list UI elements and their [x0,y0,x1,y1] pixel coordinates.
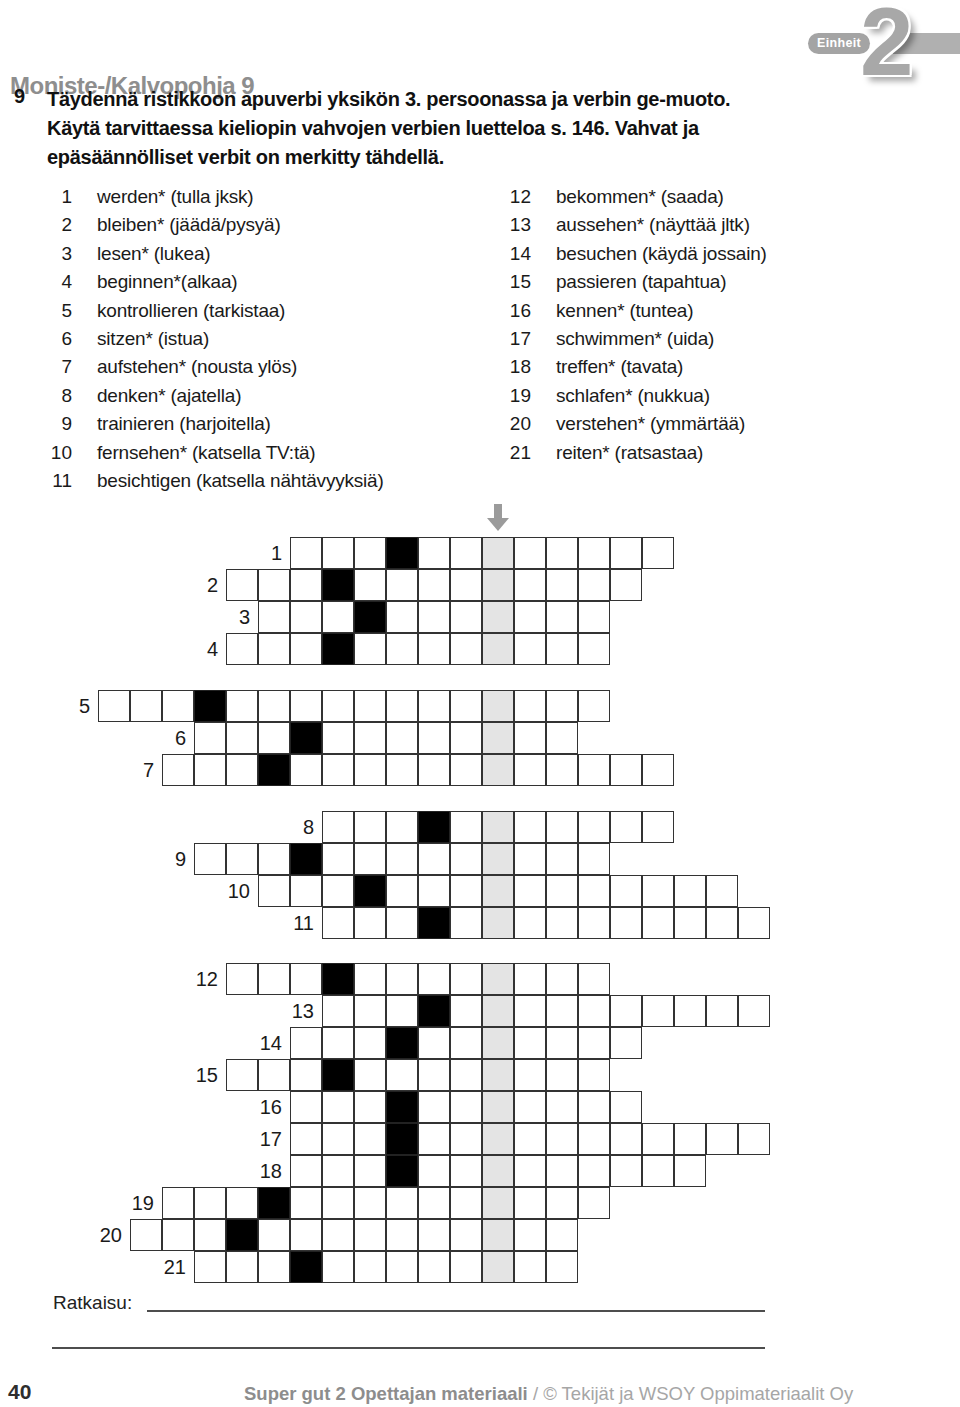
crossword-cell[interactable] [194,843,226,875]
verb-text: bekommen* (saada) [556,183,724,211]
crossword-solution-cell[interactable] [482,1091,514,1123]
crossword-row-number: 2 [182,569,218,601]
crossword-solution-cell[interactable] [482,537,514,569]
crossword-cell[interactable] [610,1123,642,1155]
crossword-cell[interactable] [610,875,642,907]
crossword-cell[interactable] [386,1251,418,1283]
crossword-cell[interactable] [418,722,450,754]
crossword-cell[interactable] [418,963,450,995]
crossword-cell[interactable] [354,1091,386,1123]
crossword-cell[interactable] [194,1187,226,1219]
crossword-cell[interactable] [514,754,546,786]
crossword-cell[interactable] [674,1155,706,1187]
crossword-cell[interactable] [674,995,706,1027]
crossword-cell[interactable] [386,569,418,601]
crossword-cell[interactable] [610,811,642,843]
crossword-cell[interactable] [546,1027,578,1059]
crossword-black-cell [418,907,450,939]
crossword-cell[interactable] [674,1123,706,1155]
crossword-cell[interactable] [578,754,610,786]
crossword-cell[interactable] [578,995,610,1027]
crossword-solution-cell[interactable] [482,1251,514,1283]
crossword-cell[interactable] [578,843,610,875]
crossword-cell[interactable] [290,1187,322,1219]
crossword-cell[interactable] [226,1187,258,1219]
crossword-black-cell [194,690,226,722]
verb-number: 11 [0,467,72,495]
crossword-cell[interactable] [322,907,354,939]
crossword-row-number: 10 [214,875,250,907]
crossword-cell[interactable] [226,1251,258,1283]
verb-text: werden* (tulla jksk) [97,183,254,211]
crossword-cell[interactable] [450,537,482,569]
crossword-cell[interactable] [546,1155,578,1187]
crossword-cell[interactable] [546,1091,578,1123]
crossword-cell[interactable] [514,995,546,1027]
crossword-cell[interactable] [514,1123,546,1155]
crossword-cell[interactable] [706,1123,738,1155]
verb-list-item: 3lesen* (lukea) [0,240,384,268]
crossword-cell[interactable] [290,1123,322,1155]
crossword-cell[interactable] [578,811,610,843]
crossword-cell[interactable] [450,569,482,601]
crossword-cell[interactable] [706,907,738,939]
crossword-row-18 [290,1155,706,1187]
crossword-cell[interactable] [290,875,322,907]
crossword-cell[interactable] [290,1027,322,1059]
crossword-cell[interactable] [258,843,290,875]
crossword-cell[interactable] [514,1219,546,1251]
verb-list-item: 13aussehen* (näyttää jltk) [490,211,767,239]
crossword-cell[interactable] [514,811,546,843]
crossword-cell[interactable] [610,1155,642,1187]
verb-number: 10 [0,439,72,467]
crossword-cell[interactable] [322,1187,354,1219]
crossword-solution-cell[interactable] [482,1027,514,1059]
crossword-cell[interactable] [226,690,258,722]
crossword-cell[interactable] [354,1027,386,1059]
crossword-cell[interactable] [514,633,546,665]
crossword-cell[interactable] [418,569,450,601]
crossword-cell[interactable] [514,875,546,907]
crossword-solution-cell[interactable] [482,1059,514,1091]
crossword-cell[interactable] [418,1091,450,1123]
verb-number: 9 [0,410,72,438]
crossword-cell[interactable] [354,907,386,939]
crossword-cell[interactable] [290,1219,322,1251]
crossword-cell[interactable] [578,1059,610,1091]
crossword-cell[interactable] [354,754,386,786]
crossword-cell[interactable] [386,995,418,1027]
crossword-cell[interactable] [610,995,642,1027]
crossword-cell[interactable] [738,995,770,1027]
verb-list-item: 10fernsehen* (katsella TV:tä) [0,439,384,467]
crossword-cell[interactable] [546,995,578,1027]
crossword-cell[interactable] [450,1091,482,1123]
crossword-cell[interactable] [578,1155,610,1187]
crossword-cell[interactable] [258,1219,290,1251]
crossword-black-cell [354,601,386,633]
crossword-cell[interactable] [354,1187,386,1219]
crossword-cell[interactable] [578,601,610,633]
crossword-cell[interactable] [418,1059,450,1091]
crossword-black-cell [354,875,386,907]
crossword-cell[interactable] [546,843,578,875]
crossword-cell[interactable] [418,1123,450,1155]
crossword-cell[interactable] [290,1091,322,1123]
crossword-cell[interactable] [642,875,674,907]
crossword-cell[interactable] [514,1059,546,1091]
crossword-cell[interactable] [514,1187,546,1219]
crossword-cell[interactable] [546,811,578,843]
crossword-cell[interactable] [418,1251,450,1283]
crossword-cell[interactable] [610,1091,642,1123]
crossword-solution-cell[interactable] [482,633,514,665]
crossword-cell[interactable] [738,1123,770,1155]
crossword-cell[interactable] [418,875,450,907]
crossword-cell[interactable] [450,907,482,939]
verb-number: 12 [490,183,531,211]
verb-list-item: 2bleiben* (jäädä/pysyä) [0,211,384,239]
crossword-cell[interactable] [322,811,354,843]
crossword-cell[interactable] [450,633,482,665]
crossword-cell[interactable] [450,1059,482,1091]
crossword-cell[interactable] [450,811,482,843]
crossword-cell[interactable] [578,1091,610,1123]
crossword-cell[interactable] [354,995,386,1027]
crossword-cell[interactable] [130,1219,162,1251]
crossword-cell[interactable] [226,963,258,995]
crossword-cell[interactable] [162,754,194,786]
crossword-row-12 [226,963,610,995]
crossword-cell[interactable] [290,633,322,665]
crossword-cell[interactable] [514,1091,546,1123]
crossword-cell[interactable] [386,722,418,754]
verb-text: passieren (tapahtua) [556,268,726,296]
crossword-cell[interactable] [674,875,706,907]
crossword-cell[interactable] [450,1251,482,1283]
verb-text: beginnen*(alkaa) [97,268,237,296]
crossword-solution-cell[interactable] [482,601,514,633]
crossword-cell[interactable] [226,1059,258,1091]
crossword-cell[interactable] [546,1123,578,1155]
verb-list-item: 7aufstehen* (nousta ylös) [0,353,384,381]
crossword-cell[interactable] [418,843,450,875]
crossword-cell[interactable] [546,875,578,907]
verb-list-left: 1werden* (tulla jksk)2bleiben* (jäädä/py… [0,183,384,495]
crossword-cell[interactable] [706,995,738,1027]
crossword-cell[interactable] [290,601,322,633]
crossword-cell[interactable] [546,690,578,722]
crossword-cell[interactable] [546,1219,578,1251]
crossword-cell[interactable] [642,907,674,939]
crossword-cell[interactable] [514,963,546,995]
crossword-cell[interactable] [386,811,418,843]
crossword-cell[interactable] [322,995,354,1027]
crossword-cell[interactable] [514,690,546,722]
crossword-cell[interactable] [514,601,546,633]
crossword-cell[interactable] [386,875,418,907]
crossword-cell[interactable] [514,1251,546,1283]
crossword-cell[interactable] [514,569,546,601]
crossword-cell[interactable] [354,1059,386,1091]
crossword-solution-cell[interactable] [482,1123,514,1155]
crossword-cell[interactable] [162,690,194,722]
crossword-cell[interactable] [226,569,258,601]
crossword-cell[interactable] [226,754,258,786]
crossword-cell[interactable] [322,1091,354,1123]
crossword-cell[interactable] [578,875,610,907]
worksheet-page: Moniste-/Kalvopohja 9 Einheit 2 9 Täyden… [0,0,960,1407]
crossword-cell[interactable] [642,811,674,843]
crossword-cell[interactable] [354,963,386,995]
crossword-cell[interactable] [258,601,290,633]
crossword-cell[interactable] [130,690,162,722]
crossword-solution-cell[interactable] [482,1187,514,1219]
crossword-solution-cell[interactable] [482,907,514,939]
crossword-cell[interactable] [386,907,418,939]
crossword-cell[interactable] [290,569,322,601]
crossword-cell[interactable] [354,690,386,722]
crossword-cell[interactable] [354,843,386,875]
crossword-cell[interactable] [354,1219,386,1251]
crossword-row-number: 14 [246,1027,282,1059]
crossword-cell[interactable] [610,1027,642,1059]
crossword-cell[interactable] [706,875,738,907]
verb-text: treffen* (tavata) [556,353,683,381]
crossword-solution-cell[interactable] [482,1155,514,1187]
crossword-cell[interactable] [354,569,386,601]
crossword-cell[interactable] [450,963,482,995]
crossword-cell[interactable] [546,537,578,569]
crossword-cell[interactable] [290,690,322,722]
crossword-cell[interactable] [610,907,642,939]
footer-credit: Super gut 2 Opettajan materiaali / © Tek… [244,1383,853,1405]
crossword-cell[interactable] [578,569,610,601]
crossword-black-cell [290,1251,322,1283]
crossword-cell[interactable] [322,1027,354,1059]
crossword-cell[interactable] [258,963,290,995]
crossword-cell[interactable] [578,963,610,995]
crossword-cell[interactable] [322,843,354,875]
crossword-cell[interactable] [354,1155,386,1187]
crossword-cell[interactable] [642,1123,674,1155]
crossword-cell[interactable] [418,1155,450,1187]
crossword-cell[interactable] [450,1027,482,1059]
crossword-cell[interactable] [258,690,290,722]
crossword-cell[interactable] [546,1251,578,1283]
crossword-cell[interactable] [386,843,418,875]
crossword-cell[interactable] [418,1187,450,1219]
crossword-cell[interactable] [546,1059,578,1091]
crossword-cell[interactable] [514,1155,546,1187]
crossword-solution-cell[interactable] [482,843,514,875]
crossword-solution-cell[interactable] [482,754,514,786]
verb-text: aussehen* (näyttää jltk) [556,211,750,239]
crossword-cell[interactable] [450,754,482,786]
verb-list-item: 14besuchen (käydä jossain) [490,240,767,268]
task-instruction-line: epäsäännölliset verbit on merkitty tähde… [47,143,807,172]
crossword-cell[interactable] [290,1059,322,1091]
crossword-cell[interactable] [546,601,578,633]
crossword-cell[interactable] [514,843,546,875]
crossword-cell[interactable] [610,754,642,786]
crossword-cell[interactable] [386,1059,418,1091]
crossword-cell[interactable] [386,754,418,786]
crossword-cell[interactable] [322,537,354,569]
footer-credit-publisher: © Tekijät ja WSOY Oppimateriaalit Oy [543,1383,853,1404]
crossword-cell[interactable] [578,537,610,569]
crossword-cell[interactable] [290,1155,322,1187]
crossword-cell[interactable] [738,907,770,939]
crossword-cell[interactable] [642,537,674,569]
crossword-cell[interactable] [642,995,674,1027]
crossword-cell[interactable] [322,722,354,754]
crossword-cell[interactable] [194,754,226,786]
crossword-cell[interactable] [546,907,578,939]
crossword-cell[interactable] [386,1187,418,1219]
crossword-cell[interactable] [546,754,578,786]
solution-answer-line-2[interactable] [52,1347,765,1349]
crossword-cell[interactable] [450,722,482,754]
crossword-solution-cell[interactable] [482,569,514,601]
crossword-cell[interactable] [354,633,386,665]
crossword-cell[interactable] [386,1219,418,1251]
crossword-cell[interactable] [162,1219,194,1251]
crossword-cell[interactable] [322,754,354,786]
crossword-cell[interactable] [642,754,674,786]
crossword-row-number: 7 [118,754,154,786]
crossword-cell[interactable] [290,754,322,786]
crossword-cell[interactable] [258,875,290,907]
crossword-cell[interactable] [418,1219,450,1251]
crossword-cell[interactable] [450,843,482,875]
crossword-solution-cell[interactable] [482,690,514,722]
crossword-black-cell [386,1027,418,1059]
crossword-cell[interactable] [418,537,450,569]
crossword-cell[interactable] [642,1155,674,1187]
crossword-cell[interactable] [418,1027,450,1059]
crossword-cell[interactable] [418,601,450,633]
verb-text: schwimmen* (uida) [556,325,714,353]
crossword-cell[interactable] [386,963,418,995]
crossword-cell[interactable] [194,1251,226,1283]
crossword-cell[interactable] [290,963,322,995]
crossword-cell[interactable] [450,1219,482,1251]
crossword-cell[interactable] [322,1155,354,1187]
crossword-cell[interactable] [418,690,450,722]
crossword-cell[interactable] [322,1219,354,1251]
crossword-cell[interactable] [610,537,642,569]
crossword-row-number: 5 [54,690,90,722]
crossword-cell[interactable] [450,601,482,633]
crossword-cell[interactable] [418,633,450,665]
crossword-cell[interactable] [290,537,322,569]
crossword-cell[interactable] [322,1251,354,1283]
crossword-cell[interactable] [514,1027,546,1059]
crossword-cell[interactable] [258,633,290,665]
crossword-cell[interactable] [578,633,610,665]
crossword-cell[interactable] [194,1219,226,1251]
crossword-cell[interactable] [578,1027,610,1059]
crossword-cell[interactable] [546,569,578,601]
crossword-cell[interactable] [450,1155,482,1187]
crossword-cell[interactable] [450,690,482,722]
crossword-cell[interactable] [450,995,482,1027]
crossword-cell[interactable] [386,601,418,633]
crossword-cell[interactable] [354,1251,386,1283]
crossword-solution-cell[interactable] [482,1219,514,1251]
crossword-cell[interactable] [194,722,226,754]
crossword-cell[interactable] [354,1123,386,1155]
crossword-cell[interactable] [322,690,354,722]
footer-credit-separator: / [528,1383,543,1404]
crossword-cell[interactable] [674,907,706,939]
solution-column-down-arrow-icon [487,504,509,531]
crossword-cell[interactable] [578,690,610,722]
crossword-cell[interactable] [418,754,450,786]
crossword-cell[interactable] [450,875,482,907]
verb-number: 18 [490,353,531,381]
crossword-cell[interactable] [546,722,578,754]
crossword-cell[interactable] [258,722,290,754]
verb-list-item: 18treffen* (tavata) [490,353,767,381]
verb-number: 4 [0,268,72,296]
crossword-cell[interactable] [578,1187,610,1219]
crossword-cell[interactable] [514,537,546,569]
crossword-solution-cell[interactable] [482,811,514,843]
verb-text: besichtigen (katsella nähtävyyksiä) [97,467,384,495]
verb-number: 14 [490,240,531,268]
crossword-cell[interactable] [546,633,578,665]
crossword-cell[interactable] [354,722,386,754]
crossword-black-cell [258,754,290,786]
crossword-cell[interactable] [450,1123,482,1155]
crossword-row-3 [258,601,610,633]
crossword-cell[interactable] [226,843,258,875]
crossword-cell[interactable] [514,907,546,939]
crossword-cell[interactable] [226,722,258,754]
crossword-cell[interactable] [98,690,130,722]
crossword-cell[interactable] [578,907,610,939]
crossword-cell[interactable] [162,1187,194,1219]
crossword-solution-cell[interactable] [482,963,514,995]
crossword-cell[interactable] [258,569,290,601]
crossword-cell[interactable] [322,601,354,633]
crossword-cell[interactable] [386,690,418,722]
crossword-cell[interactable] [258,1251,290,1283]
crossword-cell[interactable] [226,633,258,665]
crossword-solution-cell[interactable] [482,995,514,1027]
crossword-cell[interactable] [610,569,642,601]
crossword-cell[interactable] [578,1123,610,1155]
crossword-cell[interactable] [322,1123,354,1155]
crossword-cell[interactable] [354,537,386,569]
crossword-cell[interactable] [354,811,386,843]
crossword-cell[interactable] [258,1059,290,1091]
crossword-solution-cell[interactable] [482,875,514,907]
crossword-cell[interactable] [450,1187,482,1219]
verb-text: trainieren (harjoitella) [97,410,271,438]
solution-answer-line-1[interactable] [147,1310,765,1312]
crossword-cell[interactable] [386,633,418,665]
crossword-cell[interactable] [546,1187,578,1219]
crossword-solution-cell[interactable] [482,722,514,754]
verb-list-item: 17schwimmen* (uida) [490,325,767,353]
crossword-cell[interactable] [546,963,578,995]
crossword-cell[interactable] [322,875,354,907]
crossword-cell[interactable] [514,722,546,754]
